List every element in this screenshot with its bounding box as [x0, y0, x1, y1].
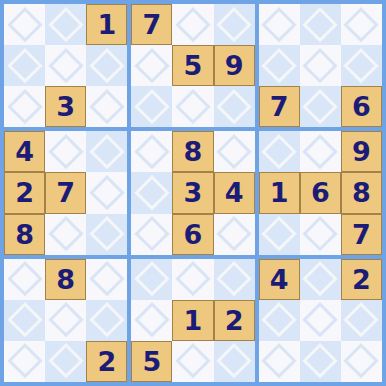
- diamond-decoration: [48, 343, 84, 379]
- given-digit: 7: [270, 93, 289, 120]
- cell-r5c5[interactable]: 3: [172, 172, 213, 213]
- diamond-decoration: [7, 302, 43, 338]
- cell-r4c8[interactable]: [300, 131, 341, 172]
- given-digit: 8: [184, 138, 203, 165]
- cell-r9c2[interactable]: [45, 341, 86, 382]
- box-1-2: 759: [131, 4, 254, 127]
- given-digit: 1: [97, 11, 116, 38]
- cell-r8c1[interactable]: [4, 300, 45, 341]
- cell-r1c9[interactable]: [341, 4, 382, 45]
- given-digit: 2: [225, 307, 244, 334]
- cell-r6c8[interactable]: [300, 214, 341, 255]
- cell-r7c7[interactable]: 4: [259, 259, 300, 300]
- cell-r7c5[interactable]: [172, 259, 213, 300]
- diamond-decoration: [89, 302, 125, 338]
- cell-r3c7[interactable]: 7: [259, 86, 300, 127]
- cell-r4c1[interactable]: 4: [4, 131, 45, 172]
- cell-r5c4[interactable]: [131, 172, 172, 213]
- box-3-2: 125: [131, 259, 254, 382]
- diamond-decoration: [261, 134, 297, 170]
- given-digit: 8: [352, 179, 371, 206]
- diamond-decoration: [261, 343, 297, 379]
- box-3-1: 82: [4, 259, 127, 382]
- cell-r2c7[interactable]: [259, 45, 300, 86]
- cell-r8c9[interactable]: [341, 300, 382, 341]
- cell-r7c3[interactable]: [86, 259, 127, 300]
- diamond-decoration: [48, 134, 84, 170]
- cell-r3c2[interactable]: 3: [45, 86, 86, 127]
- cell-r2c2[interactable]: [45, 45, 86, 86]
- given-digit: 3: [184, 179, 203, 206]
- diamond-decoration: [216, 134, 252, 170]
- diamond-decoration: [302, 89, 338, 125]
- diamond-decoration: [48, 48, 84, 84]
- cell-r8c6[interactable]: 2: [214, 300, 255, 341]
- cell-r4c6[interactable]: [214, 131, 255, 172]
- diamond-decoration: [134, 89, 170, 125]
- diamond-decoration: [302, 48, 338, 84]
- cell-r6c3[interactable]: [86, 214, 127, 255]
- cell-r6c6[interactable]: [214, 214, 255, 255]
- given-digit: 7: [352, 221, 371, 248]
- given-digit: 4: [15, 138, 34, 165]
- cell-r2c1[interactable]: [4, 45, 45, 86]
- given-digit: 6: [352, 93, 371, 120]
- cell-r6c7[interactable]: [259, 214, 300, 255]
- diamond-decoration: [134, 134, 170, 170]
- diamond-decoration: [134, 48, 170, 84]
- cell-r7c2[interactable]: 8: [45, 259, 86, 300]
- given-digit: 8: [56, 266, 75, 293]
- diamond-decoration: [302, 216, 338, 252]
- diamond-decoration: [175, 7, 211, 43]
- given-digit: 8: [15, 221, 34, 248]
- diamond-decoration: [89, 89, 125, 125]
- cell-r6c2[interactable]: [45, 214, 86, 255]
- cell-r3c1[interactable]: [4, 86, 45, 127]
- given-digit: 2: [15, 179, 34, 206]
- diamond-decoration: [134, 216, 170, 252]
- given-digit: 3: [56, 93, 75, 120]
- diamond-decoration: [302, 343, 338, 379]
- given-digit: 4: [270, 266, 289, 293]
- cell-r2c6[interactable]: 9: [214, 45, 255, 86]
- diamond-decoration: [89, 175, 125, 211]
- cell-r7c4[interactable]: [131, 259, 172, 300]
- diamond-decoration: [302, 261, 338, 297]
- given-digit: 4: [225, 179, 244, 206]
- cell-r4c2[interactable]: [45, 131, 86, 172]
- cell-r3c6[interactable]: [214, 86, 255, 127]
- cell-r1c5[interactable]: [172, 4, 213, 45]
- cell-r7c6[interactable]: [214, 259, 255, 300]
- diamond-decoration: [48, 302, 84, 338]
- diamond-decoration: [89, 134, 125, 170]
- sudoku-board: 137597642788346916878212542: [0, 0, 386, 386]
- cell-r1c1[interactable]: [4, 4, 45, 45]
- diamond-decoration: [7, 261, 43, 297]
- box-1-1: 13: [4, 4, 127, 127]
- diamond-decoration: [261, 7, 297, 43]
- diamond-decoration: [216, 89, 252, 125]
- cell-r3c4[interactable]: [131, 86, 172, 127]
- cell-r9c3[interactable]: 2: [86, 341, 127, 382]
- cell-r5c8[interactable]: 6: [300, 172, 341, 213]
- cell-r5c1[interactable]: 2: [4, 172, 45, 213]
- cell-r9c9[interactable]: [341, 341, 382, 382]
- cell-r2c5[interactable]: 5: [172, 45, 213, 86]
- cell-r7c1[interactable]: [4, 259, 45, 300]
- cell-r8c2[interactable]: [45, 300, 86, 341]
- given-digit: 5: [184, 52, 203, 79]
- diamond-decoration: [343, 343, 379, 379]
- box-2-2: 8346: [131, 131, 254, 254]
- given-digit: 1: [184, 307, 203, 334]
- diamond-decoration: [261, 302, 297, 338]
- given-digit: 7: [142, 11, 161, 38]
- cell-r2c9[interactable]: [341, 45, 382, 86]
- cell-r9c8[interactable]: [300, 341, 341, 382]
- cell-r5c3[interactable]: [86, 172, 127, 213]
- cell-r9c4[interactable]: 5: [131, 341, 172, 382]
- cell-r9c5[interactable]: [172, 341, 213, 382]
- cell-r9c1[interactable]: [4, 341, 45, 382]
- diamond-decoration: [261, 216, 297, 252]
- cell-r5c9[interactable]: 8: [341, 172, 382, 213]
- cell-r3c8[interactable]: [300, 86, 341, 127]
- cell-r7c9[interactable]: 2: [341, 259, 382, 300]
- cell-r5c6[interactable]: 4: [214, 172, 255, 213]
- cell-r6c9[interactable]: 7: [341, 214, 382, 255]
- cell-r2c4[interactable]: [131, 45, 172, 86]
- cell-r3c3[interactable]: [86, 86, 127, 127]
- cell-r9c7[interactable]: [259, 341, 300, 382]
- cell-r4c4[interactable]: [131, 131, 172, 172]
- cell-r2c3[interactable]: [86, 45, 127, 86]
- box-3-3: 42: [259, 259, 382, 382]
- cell-r8c7[interactable]: [259, 300, 300, 341]
- diamond-decoration: [261, 48, 297, 84]
- diamond-decoration: [302, 134, 338, 170]
- cell-r1c8[interactable]: [300, 4, 341, 45]
- diamond-decoration: [7, 48, 43, 84]
- cell-r5c7[interactable]: 1: [259, 172, 300, 213]
- diamond-decoration: [134, 175, 170, 211]
- cell-r4c9[interactable]: 9: [341, 131, 382, 172]
- diamond-decoration: [343, 302, 379, 338]
- cell-r6c1[interactable]: 8: [4, 214, 45, 255]
- given-digit: 2: [97, 348, 116, 375]
- box-2-3: 91687: [259, 131, 382, 254]
- cell-r6c4[interactable]: [131, 214, 172, 255]
- diamond-decoration: [175, 89, 211, 125]
- cell-r1c7[interactable]: [259, 4, 300, 45]
- diamond-decoration: [7, 7, 43, 43]
- given-digit: 6: [311, 179, 330, 206]
- box-1-3: 76: [259, 4, 382, 127]
- diamond-decoration: [216, 7, 252, 43]
- given-digit: 9: [352, 138, 371, 165]
- cell-r1c3[interactable]: 1: [86, 4, 127, 45]
- diamond-decoration: [7, 89, 43, 125]
- given-digit: 7: [56, 179, 75, 206]
- cell-r6c5[interactable]: 6: [172, 214, 213, 255]
- diamond-decoration: [343, 7, 379, 43]
- cell-r9c6[interactable]: [214, 341, 255, 382]
- cell-r4c3[interactable]: [86, 131, 127, 172]
- given-digit: 1: [270, 179, 289, 206]
- diamond-decoration: [7, 343, 43, 379]
- diamond-decoration: [343, 48, 379, 84]
- diamond-decoration: [134, 261, 170, 297]
- cell-r7c8[interactable]: [300, 259, 341, 300]
- diamond-decoration: [216, 261, 252, 297]
- cell-r8c4[interactable]: [131, 300, 172, 341]
- cell-r1c4[interactable]: 7: [131, 4, 172, 45]
- diamond-decoration: [216, 343, 252, 379]
- cell-r8c5[interactable]: 1: [172, 300, 213, 341]
- cell-r8c3[interactable]: [86, 300, 127, 341]
- given-digit: 2: [352, 266, 371, 293]
- cell-r3c5[interactable]: [172, 86, 213, 127]
- diamond-decoration: [134, 302, 170, 338]
- cell-r5c2[interactable]: 7: [45, 172, 86, 213]
- given-digit: 9: [225, 52, 244, 79]
- cell-r4c7[interactable]: [259, 131, 300, 172]
- cell-r1c2[interactable]: [45, 4, 86, 45]
- cell-r3c9[interactable]: 6: [341, 86, 382, 127]
- box-2-1: 4278: [4, 131, 127, 254]
- cell-r4c5[interactable]: 8: [172, 131, 213, 172]
- diamond-decoration: [48, 216, 84, 252]
- diamond-decoration: [175, 261, 211, 297]
- given-digit: 6: [184, 221, 203, 248]
- diamond-decoration: [175, 343, 211, 379]
- diamond-decoration: [302, 302, 338, 338]
- diamond-decoration: [89, 261, 125, 297]
- cell-r8c8[interactable]: [300, 300, 341, 341]
- diamond-decoration: [302, 7, 338, 43]
- diamond-decoration: [89, 48, 125, 84]
- cell-r2c8[interactable]: [300, 45, 341, 86]
- cell-r1c6[interactable]: [214, 4, 255, 45]
- diamond-decoration: [89, 216, 125, 252]
- given-digit: 5: [142, 348, 161, 375]
- diamond-decoration: [48, 7, 84, 43]
- diamond-decoration: [216, 216, 252, 252]
